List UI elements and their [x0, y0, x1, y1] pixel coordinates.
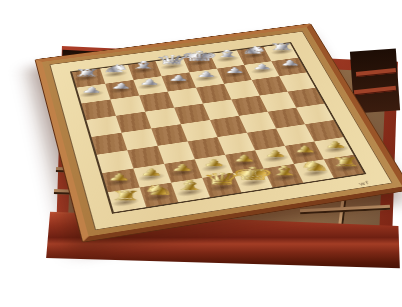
board-scene: wf ♜♞♝♛♚♝♞♜♟♟♟♟♟♟♟♟♟♟♟♟♟♟♟♟♜♞♝♛♚♝♞♜ — [0, 0, 402, 307]
square-h1 — [324, 155, 364, 178]
piece-glyph: ♟ — [70, 86, 114, 94]
chess-board: wf ♜♞♝♛♚♝♞♜♟♟♟♟♟♟♟♟♟♟♟♟♟♟♟♟♜♞♝♛♚♝♞♜ — [36, 24, 402, 242]
product-photo-scene: wf ♜♞♝♛♚♝♞♜♟♟♟♟♟♟♟♟♟♟♟♟♟♟♟♟♜♞♝♛♚♝♞♜ — [0, 0, 402, 307]
piece-glyph: ♜ — [66, 68, 109, 78]
